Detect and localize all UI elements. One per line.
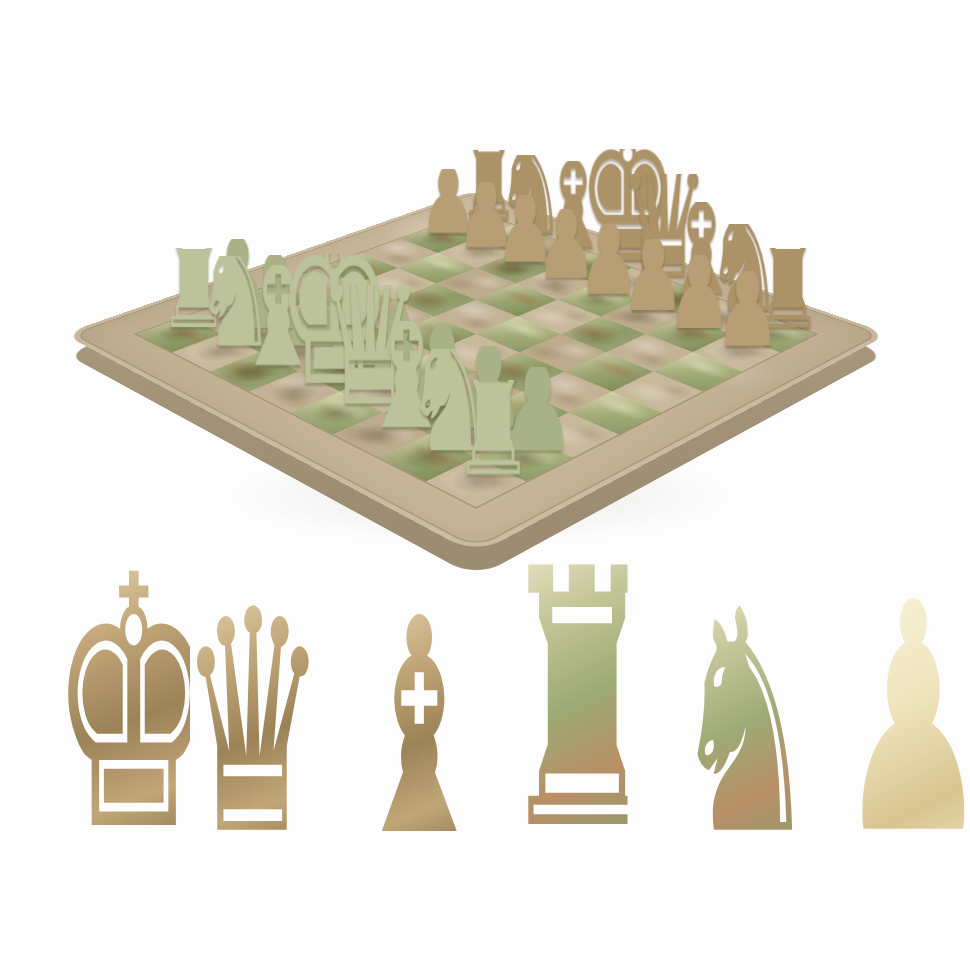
showcase-queen: ♛	[160, 658, 330, 870]
square-h7: ♟	[693, 334, 780, 371]
rook-glyph: ♜	[496, 524, 627, 879]
queen-glyph: ♛	[179, 570, 312, 877]
knight-glyph: ♞	[671, 570, 804, 877]
piece-glyph: ♜	[451, 338, 535, 500]
board-scene: ♜♞♝♚♛♝♞♜♟♟♟♟♟♟♟♟♟♟♟♟♟♟♟♟♜♞♝♚♛♝♞♜	[0, 0, 970, 556]
showcase-bishop: ♝	[330, 665, 490, 870]
showcase-rook: ♜	[478, 625, 646, 870]
showcase-knight: ♞	[652, 658, 822, 870]
product-photo: ♜♞♝♚♛♝♞♜♟♟♟♟♟♟♟♟♟♟♟♟♟♟♟♟♜♞♝♚♛♝♞♜ ♚♛♝♜♞♟	[0, 0, 970, 970]
piece-white-rook-h1: ♜	[441, 380, 512, 498]
piece-showcase: ♚♛♝♜♞♟	[0, 540, 970, 890]
bishop-glyph: ♝	[348, 580, 473, 877]
pawn-glyph: ♟	[837, 562, 970, 878]
showcase-pawn: ♟	[818, 652, 970, 870]
piece-glyph: ♟	[714, 237, 781, 367]
piece-black-pawn-h7: ♟	[705, 271, 766, 365]
